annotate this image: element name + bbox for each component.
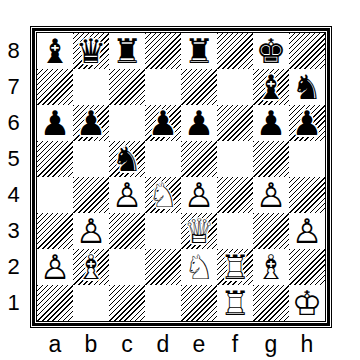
white-pawn-e4: ♟♙ — [181, 177, 217, 213]
rank-label-7: 7 — [0, 69, 27, 105]
square-h5[interactable] — [289, 141, 325, 177]
square-b1[interactable] — [73, 285, 109, 321]
square-b8[interactable]: ♛♛ — [73, 33, 109, 69]
square-c8[interactable]: ♜♜ — [109, 33, 145, 69]
file-label-e: e — [181, 329, 217, 359]
black-rook-e8: ♜♜ — [181, 33, 217, 69]
square-f3[interactable] — [217, 213, 253, 249]
chess-board: ♝♝♛♛♜♜♜♜♚♚♝♝♞♞♟♟♟♟♟♟♟♟♟♟♟♟♞♞♟♙♞♘♟♙♟♙♟♙♛♕… — [36, 32, 326, 322]
piece-glyph: ♟ — [73, 105, 109, 141]
square-a5[interactable] — [37, 141, 73, 177]
square-d3[interactable] — [145, 213, 181, 249]
white-bishop-b2: ♝♗ — [73, 249, 109, 285]
rank-label-5: 5 — [0, 141, 27, 177]
square-h4[interactable] — [289, 177, 325, 213]
square-f7[interactable] — [217, 69, 253, 105]
square-h8[interactable] — [289, 33, 325, 69]
board-frame: ♝♝♛♛♜♜♜♜♚♚♝♝♞♞♟♟♟♟♟♟♟♟♟♟♟♟♞♞♟♙♞♘♟♙♟♙♟♙♛♕… — [30, 26, 332, 328]
piece-glyph: ♙ — [73, 213, 109, 249]
piece-glyph: ♜ — [181, 33, 217, 69]
piece-glyph: ♘ — [181, 249, 217, 285]
square-a2[interactable]: ♟♙ — [37, 249, 73, 285]
piece-glyph: ♔ — [289, 285, 325, 321]
black-bishop-a8: ♝♝ — [37, 33, 73, 69]
piece-glyph: ♗ — [253, 249, 289, 285]
square-a4[interactable] — [37, 177, 73, 213]
square-b7[interactable] — [73, 69, 109, 105]
square-d6[interactable]: ♟♟ — [145, 105, 181, 141]
square-a3[interactable] — [37, 213, 73, 249]
rank-label-4: 4 — [0, 177, 27, 213]
file-labels: abcdefgh — [37, 329, 325, 359]
file-label-h: h — [289, 329, 325, 359]
square-g1[interactable] — [253, 285, 289, 321]
square-c3[interactable] — [109, 213, 145, 249]
piece-glyph: ♗ — [73, 249, 109, 285]
piece-glyph: ♙ — [253, 177, 289, 213]
square-d2[interactable] — [145, 249, 181, 285]
square-c1[interactable] — [109, 285, 145, 321]
square-h2[interactable] — [289, 249, 325, 285]
square-e2[interactable]: ♞♘ — [181, 249, 217, 285]
square-e4[interactable]: ♟♙ — [181, 177, 217, 213]
piece-glyph: ♟ — [145, 105, 181, 141]
square-c4[interactable]: ♟♙ — [109, 177, 145, 213]
piece-glyph: ♟ — [253, 105, 289, 141]
file-label-d: d — [145, 329, 181, 359]
piece-glyph: ♟ — [37, 105, 73, 141]
white-pawn-g4: ♟♙ — [253, 177, 289, 213]
white-queen-e3: ♛♕ — [181, 213, 217, 249]
square-f6[interactable] — [217, 105, 253, 141]
square-e3[interactable]: ♛♕ — [181, 213, 217, 249]
white-pawn-a2: ♟♙ — [37, 249, 73, 285]
square-d7[interactable] — [145, 69, 181, 105]
square-c7[interactable] — [109, 69, 145, 105]
square-e6[interactable]: ♟♟ — [181, 105, 217, 141]
square-f4[interactable] — [217, 177, 253, 213]
square-b5[interactable] — [73, 141, 109, 177]
square-b6[interactable]: ♟♟ — [73, 105, 109, 141]
black-bishop-g7: ♝♝ — [253, 69, 289, 105]
square-g4[interactable]: ♟♙ — [253, 177, 289, 213]
square-g3[interactable] — [253, 213, 289, 249]
black-pawn-g6: ♟♟ — [253, 105, 289, 141]
square-g8[interactable]: ♚♚ — [253, 33, 289, 69]
board-inner-frame: ♝♝♛♛♜♜♜♜♚♚♝♝♞♞♟♟♟♟♟♟♟♟♟♟♟♟♞♞♟♙♞♘♟♙♟♙♟♙♛♕… — [32, 28, 330, 326]
black-pawn-d6: ♟♟ — [145, 105, 181, 141]
black-knight-h7: ♞♞ — [289, 69, 325, 105]
piece-glyph: ♖ — [217, 249, 253, 285]
piece-glyph: ♙ — [109, 177, 145, 213]
square-g5[interactable] — [253, 141, 289, 177]
square-h1[interactable]: ♚♔ — [289, 285, 325, 321]
piece-glyph: ♞ — [289, 69, 325, 105]
square-e8[interactable]: ♜♜ — [181, 33, 217, 69]
square-h6[interactable]: ♟♟ — [289, 105, 325, 141]
square-h3[interactable]: ♟♙ — [289, 213, 325, 249]
square-c2[interactable] — [109, 249, 145, 285]
square-f1[interactable]: ♜♖ — [217, 285, 253, 321]
black-knight-c5: ♞♞ — [109, 141, 145, 177]
piece-glyph: ♟ — [289, 105, 325, 141]
square-a7[interactable] — [37, 69, 73, 105]
square-c5[interactable]: ♞♞ — [109, 141, 145, 177]
piece-glyph: ♟ — [181, 105, 217, 141]
square-d8[interactable] — [145, 33, 181, 69]
black-pawn-h6: ♟♟ — [289, 105, 325, 141]
black-queen-b8: ♛♛ — [73, 33, 109, 69]
piece-glyph: ♜ — [109, 33, 145, 69]
white-king-h1: ♚♔ — [289, 285, 325, 321]
square-b4[interactable] — [73, 177, 109, 213]
square-d1[interactable] — [145, 285, 181, 321]
black-king-g8: ♚♚ — [253, 33, 289, 69]
square-b3[interactable]: ♟♙ — [73, 213, 109, 249]
chess-diagram: 87654321 ♝♝♛♛♜♜♜♜♚♚♝♝♞♞♟♟♟♟♟♟♟♟♟♟♟♟♞♞♟♙♞… — [0, 0, 360, 360]
square-a1[interactable] — [37, 285, 73, 321]
white-pawn-b3: ♟♙ — [73, 213, 109, 249]
square-c6[interactable] — [109, 105, 145, 141]
file-label-f: f — [217, 329, 253, 359]
white-rook-f2: ♜♖ — [217, 249, 253, 285]
piece-glyph: ♚ — [253, 33, 289, 69]
square-g2[interactable]: ♝♗ — [253, 249, 289, 285]
square-f8[interactable] — [217, 33, 253, 69]
rank-label-2: 2 — [0, 249, 27, 285]
file-label-b: b — [73, 329, 109, 359]
file-label-c: c — [109, 329, 145, 359]
white-knight-e2: ♞♘ — [181, 249, 217, 285]
piece-glyph: ♖ — [217, 285, 253, 321]
rank-labels: 87654321 — [0, 33, 27, 321]
piece-glyph: ♞ — [109, 141, 145, 177]
square-g6[interactable]: ♟♟ — [253, 105, 289, 141]
black-pawn-b6: ♟♟ — [73, 105, 109, 141]
square-h7[interactable]: ♞♞ — [289, 69, 325, 105]
white-rook-f1: ♜♖ — [217, 285, 253, 321]
square-b2[interactable]: ♝♗ — [73, 249, 109, 285]
piece-glyph: ♝ — [37, 33, 73, 69]
white-pawn-c4: ♟♙ — [109, 177, 145, 213]
square-e1[interactable] — [181, 285, 217, 321]
square-a8[interactable]: ♝♝ — [37, 33, 73, 69]
rank-label-3: 3 — [0, 213, 27, 249]
square-f2[interactable]: ♜♖ — [217, 249, 253, 285]
piece-glyph: ♕ — [181, 213, 217, 249]
rank-label-6: 6 — [0, 105, 27, 141]
piece-glyph: ♙ — [181, 177, 217, 213]
square-g7[interactable]: ♝♝ — [253, 69, 289, 105]
white-pawn-h3: ♟♙ — [289, 213, 325, 249]
black-rook-c8: ♜♜ — [109, 33, 145, 69]
piece-glyph: ♙ — [37, 249, 73, 285]
square-a6[interactable]: ♟♟ — [37, 105, 73, 141]
square-d4[interactable]: ♞♘ — [145, 177, 181, 213]
rank-label-1: 1 — [0, 285, 27, 321]
square-e5[interactable] — [181, 141, 217, 177]
white-knight-d4: ♞♘ — [145, 177, 181, 213]
black-pawn-a6: ♟♟ — [37, 105, 73, 141]
white-bishop-g2: ♝♗ — [253, 249, 289, 285]
file-label-g: g — [253, 329, 289, 359]
rank-label-8: 8 — [0, 33, 27, 69]
square-d5[interactable] — [145, 141, 181, 177]
piece-glyph: ♝ — [253, 69, 289, 105]
piece-glyph: ♛ — [73, 33, 109, 69]
black-pawn-e6: ♟♟ — [181, 105, 217, 141]
square-e7[interactable] — [181, 69, 217, 105]
piece-glyph: ♙ — [289, 213, 325, 249]
square-f5[interactable] — [217, 141, 253, 177]
piece-glyph: ♘ — [145, 177, 181, 213]
file-label-a: a — [37, 329, 73, 359]
